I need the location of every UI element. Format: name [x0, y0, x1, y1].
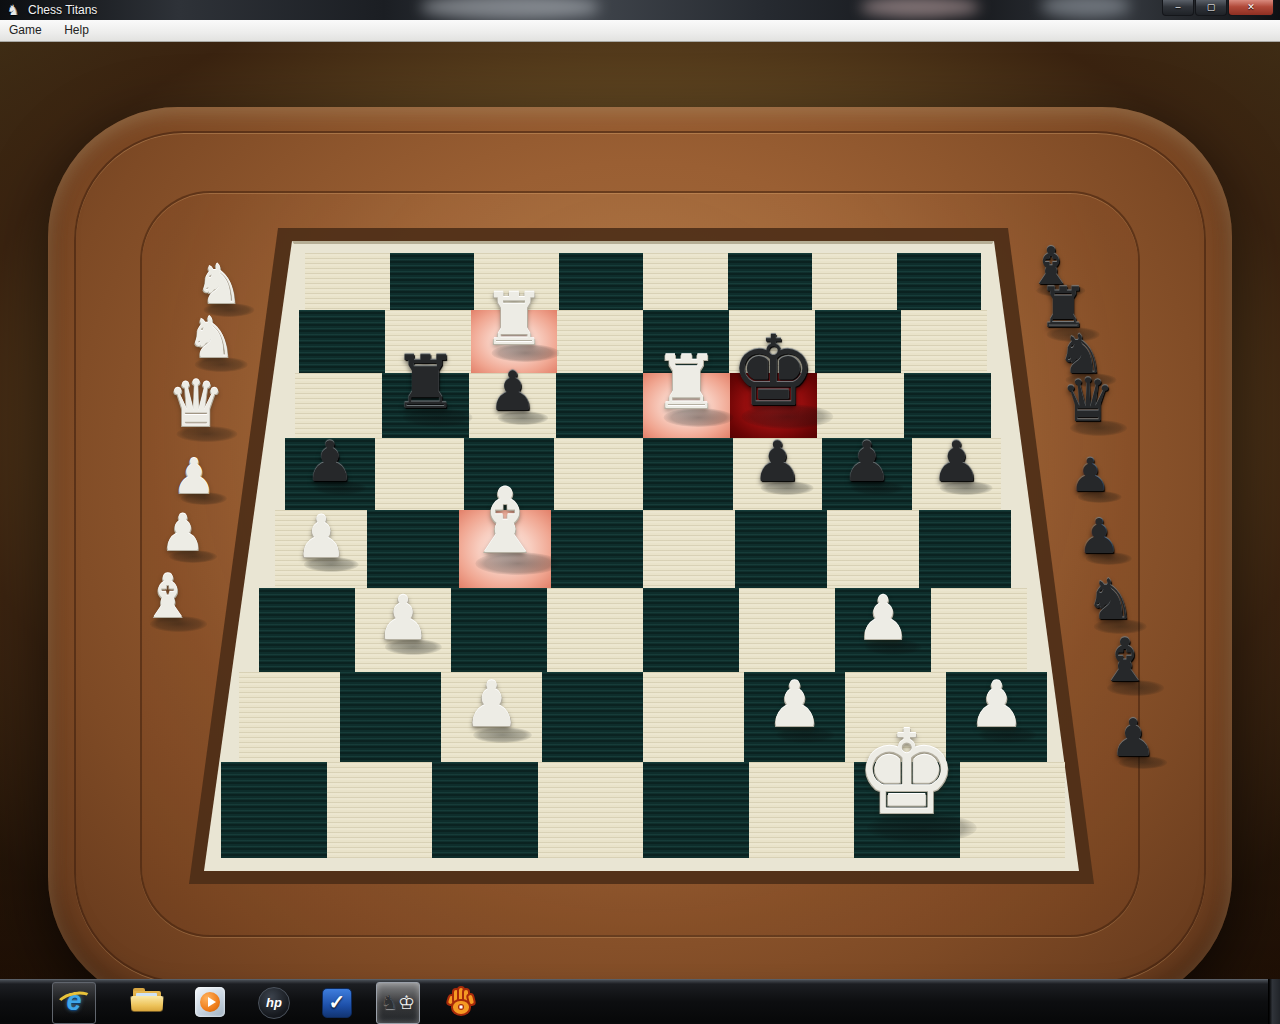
- glass-reflection: [1040, 0, 1130, 18]
- white-knight-captured-0: ♞: [195, 258, 243, 312]
- white-pawn-captured-3: ♟: [172, 452, 215, 500]
- square-b5[interactable]: [375, 438, 465, 510]
- white-pawn-h2[interactable]: ♟: [968, 674, 1024, 737]
- square-e3[interactable]: [643, 588, 739, 672]
- white-bishop-c4[interactable]: ♝: [465, 477, 545, 566]
- white-king-g1[interactable]: ♚: [855, 715, 959, 831]
- square-a1[interactable]: [221, 762, 327, 858]
- white-queen-captured-2: ♛: [167, 372, 224, 436]
- white-bishop-captured-5: ♝: [141, 566, 195, 626]
- black-pawn-captured-4: ♟: [1069, 452, 1110, 498]
- white-pawn-captured-4: ♟: [161, 508, 206, 558]
- black-pawn-f5[interactable]: ♟: [752, 434, 802, 490]
- black-queen-captured-3: ♛: [1061, 370, 1115, 430]
- show-desktop-button[interactable]: [1268, 979, 1280, 1024]
- square-b4[interactable]: [367, 510, 459, 588]
- black-bishop-captured-7: ♝: [1098, 630, 1152, 690]
- taskbar-windows-explorer[interactable]: [126, 982, 168, 1022]
- white-rook-e6[interactable]: ♜: [653, 346, 719, 420]
- taskbar-hp[interactable]: hp: [252, 982, 294, 1022]
- glass-reflection: [860, 0, 980, 18]
- square-h7[interactable]: [901, 310, 987, 373]
- square-a3[interactable]: [259, 588, 355, 672]
- white-knight-captured-1: ♞: [186, 310, 236, 366]
- square-d2[interactable]: [542, 672, 643, 762]
- square-a2[interactable]: [239, 672, 340, 762]
- square-f1[interactable]: [749, 762, 855, 858]
- square-d7[interactable]: [557, 310, 643, 373]
- square-d5[interactable]: [554, 438, 644, 510]
- black-pawn-captured-8: ♟: [1110, 712, 1157, 764]
- square-d6[interactable]: [556, 373, 643, 438]
- screen: ♜♜♟♜♚♟♟♟♟♟♝♟♟♟♟♟♚ ♞♞♛♟♟♝♝♜♞♛♟♟♞♝♟ ♞ Ches…: [0, 0, 1280, 1024]
- square-b2[interactable]: [340, 672, 441, 762]
- close-button[interactable]: ✕: [1228, 0, 1274, 16]
- window-title: Chess Titans: [28, 3, 97, 17]
- menu-bar: Game Help: [0, 20, 1280, 42]
- white-pawn-f2[interactable]: ♟: [766, 674, 822, 737]
- square-d8[interactable]: [559, 253, 644, 310]
- orange-hand-icon: [448, 988, 474, 1018]
- square-e1[interactable]: [643, 762, 749, 858]
- black-pawn-c6[interactable]: ♟: [488, 365, 537, 419]
- title-bar: ♞ Chess Titans – ▢ ✕: [0, 0, 1280, 20]
- taskbar-internet-explorer[interactable]: e: [52, 982, 96, 1024]
- taskbar-hand-app[interactable]: [440, 982, 490, 1024]
- black-pawn-a5[interactable]: ♟: [305, 434, 355, 490]
- white-pawn-g3[interactable]: ♟: [856, 588, 910, 648]
- square-h4[interactable]: [919, 510, 1011, 588]
- chess-titans-icon: ♞: [381, 991, 398, 1013]
- square-f4[interactable]: [735, 510, 827, 588]
- hp-icon: hp: [258, 987, 290, 1019]
- square-f8[interactable]: [728, 253, 813, 310]
- black-rook-b6[interactable]: ♜: [392, 346, 458, 420]
- taskbar-chess-titans-active[interactable]: ♞♔: [376, 982, 420, 1024]
- glass-reflection: [420, 0, 600, 20]
- app-knight-icon: ♞: [7, 2, 20, 18]
- square-c1[interactable]: [432, 762, 538, 858]
- square-h1[interactable]: [960, 762, 1066, 858]
- square-g7[interactable]: [815, 310, 901, 373]
- square-h3[interactable]: [931, 588, 1027, 672]
- black-pawn-g5[interactable]: ♟: [842, 434, 892, 490]
- square-b1[interactable]: [327, 762, 433, 858]
- internet-explorer-ring: [54, 988, 96, 1016]
- square-e4[interactable]: [643, 510, 735, 588]
- square-e8[interactable]: [643, 253, 728, 310]
- maximize-button[interactable]: ▢: [1195, 0, 1227, 16]
- square-e2[interactable]: [643, 672, 744, 762]
- square-e5[interactable]: [643, 438, 733, 510]
- black-pawn-captured-5: ♟: [1077, 512, 1120, 560]
- square-h8[interactable]: [897, 253, 982, 310]
- taskbar-security-app[interactable]: ✓: [315, 982, 357, 1022]
- square-a7[interactable]: [299, 310, 385, 373]
- white-rook-c7[interactable]: ♜: [482, 284, 546, 355]
- taskbar-media-player[interactable]: [189, 982, 231, 1022]
- square-a8[interactable]: [305, 253, 390, 310]
- taskbar: e hp ✓ ♞♔ ▲: [0, 979, 1280, 1024]
- white-pawn-a4[interactable]: ♟: [295, 508, 347, 566]
- menu-game[interactable]: Game: [0, 20, 51, 37]
- black-knight-captured-6: ♞: [1085, 572, 1135, 628]
- square-d1[interactable]: [538, 762, 644, 858]
- square-d3[interactable]: [547, 588, 643, 672]
- checkmark-icon: ✓: [322, 988, 352, 1018]
- square-d4[interactable]: [551, 510, 643, 588]
- black-pawn-h5[interactable]: ♟: [931, 434, 981, 490]
- minimize-button[interactable]: –: [1162, 0, 1194, 16]
- white-pawn-c2[interactable]: ♟: [463, 674, 519, 737]
- square-b8[interactable]: [390, 253, 475, 310]
- black-king-f6[interactable]: ♚: [730, 323, 817, 420]
- white-pawn-b3[interactable]: ♟: [376, 588, 430, 648]
- square-g4[interactable]: [827, 510, 919, 588]
- square-c3[interactable]: [451, 588, 547, 672]
- square-g8[interactable]: [812, 253, 897, 310]
- square-f3[interactable]: [739, 588, 835, 672]
- menu-help[interactable]: Help: [55, 20, 98, 37]
